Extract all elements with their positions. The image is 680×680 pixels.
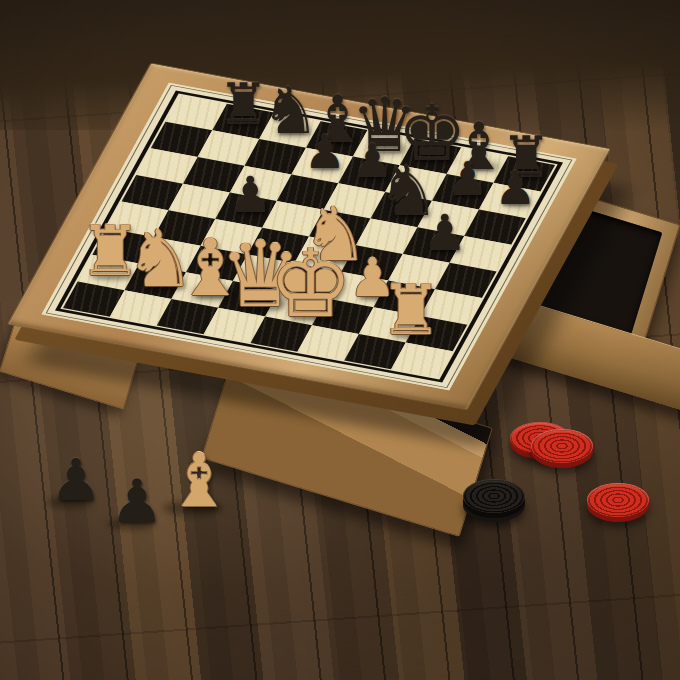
product-photo-scene: ♜♞♝♛♚♝♜♟♟♟♟♞♟♟♞♟♜♞♝♛♚♜ ♟♟♝ — [0, 0, 680, 680]
white-rook[interactable]: ♜ — [380, 276, 442, 345]
red-checker[interactable] — [531, 429, 593, 463]
loose-black-pawn[interactable]: ♟ — [50, 451, 102, 509]
loose-white-bishop[interactable]: ♝ — [166, 443, 232, 517]
black-pawn[interactable]: ♟ — [228, 172, 273, 222]
black-pawn[interactable]: ♟ — [494, 165, 536, 211]
black-pawn[interactable]: ♟ — [447, 156, 489, 202]
black-pawn[interactable]: ♟ — [304, 129, 346, 175]
white-king[interactable]: ♚ — [268, 237, 352, 331]
loose-black-pawn[interactable]: ♟ — [110, 471, 164, 531]
black-pawn[interactable]: ♟ — [423, 209, 468, 259]
black-checker[interactable] — [463, 479, 525, 513]
red-checker[interactable] — [587, 483, 649, 517]
